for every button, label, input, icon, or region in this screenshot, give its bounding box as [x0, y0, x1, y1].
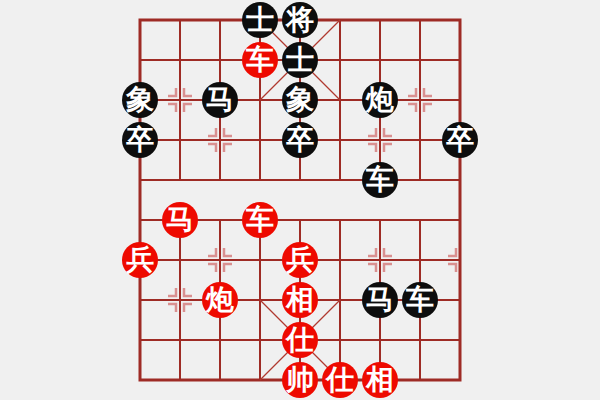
board-intersection: 兵 [280, 240, 320, 280]
piece-red-advisor[interactable]: 仕 [322, 362, 358, 398]
piece-black-soldier[interactable]: 卒 [122, 122, 158, 158]
board-intersection: 相 [360, 360, 400, 400]
board-intersection: 仕 [320, 360, 360, 400]
board-intersection: 炮 [200, 280, 240, 320]
piece-glyph: 象 [286, 82, 314, 118]
piece-red-general[interactable]: 帅 [282, 362, 318, 398]
piece-glyph: 相 [286, 282, 314, 318]
piece-glyph: 兵 [286, 242, 314, 278]
piece-black-soldier[interactable]: 卒 [282, 122, 318, 158]
board-intersection: 象 [280, 80, 320, 120]
piece-black-general[interactable]: 将 [282, 2, 318, 38]
board-intersection: 马 [160, 200, 200, 240]
board-intersection: 马 [200, 80, 240, 120]
piece-red-cannon[interactable]: 炮 [202, 282, 238, 318]
piece-glyph: 卒 [126, 122, 154, 158]
piece-glyph: 相 [366, 362, 394, 398]
piece-black-horse[interactable]: 马 [362, 282, 398, 318]
piece-glyph: 将 [286, 2, 314, 38]
piece-black-chariot[interactable]: 车 [362, 162, 398, 198]
board-intersection: 兵 [120, 240, 160, 280]
piece-glyph: 炮 [366, 82, 394, 118]
piece-black-elephant[interactable]: 象 [122, 82, 158, 118]
piece-black-soldier[interactable]: 卒 [442, 122, 478, 158]
xiangqi-board: 士将车士象马象炮卒卒卒车马车兵兵炮相马车仕帅仕相 [0, 0, 600, 400]
piece-glyph: 车 [246, 202, 274, 238]
piece-glyph: 炮 [206, 282, 234, 318]
board-intersection: 卒 [280, 120, 320, 160]
piece-glyph: 马 [166, 202, 194, 238]
piece-glyph: 象 [126, 82, 154, 118]
piece-red-soldier[interactable]: 兵 [122, 242, 158, 278]
piece-black-cannon[interactable]: 炮 [362, 82, 398, 118]
piece-glyph: 仕 [286, 322, 314, 358]
piece-red-soldier[interactable]: 兵 [282, 242, 318, 278]
piece-glyph: 兵 [126, 242, 154, 278]
piece-glyph: 士 [286, 42, 314, 78]
board-intersection: 士 [280, 40, 320, 80]
piece-red-chariot[interactable]: 车 [242, 42, 278, 78]
piece-black-advisor[interactable]: 士 [282, 42, 318, 78]
piece-glyph: 卒 [446, 122, 474, 158]
piece-black-elephant[interactable]: 象 [282, 82, 318, 118]
piece-glyph: 士 [246, 2, 274, 38]
board-intersection: 车 [360, 160, 400, 200]
piece-glyph: 车 [366, 162, 394, 198]
board-intersection: 车 [240, 200, 280, 240]
piece-red-chariot[interactable]: 车 [242, 202, 278, 238]
piece-red-elephant[interactable]: 相 [282, 282, 318, 318]
board-intersection: 相 [280, 280, 320, 320]
piece-glyph: 车 [246, 42, 274, 78]
piece-glyph: 仕 [326, 362, 354, 398]
board-intersection: 卒 [120, 120, 160, 160]
board-intersection: 士 [240, 0, 280, 40]
piece-red-advisor[interactable]: 仕 [282, 322, 318, 358]
piece-black-advisor[interactable]: 士 [242, 2, 278, 38]
board-intersection: 帅 [280, 360, 320, 400]
piece-glyph: 马 [366, 282, 394, 318]
board-intersection: 卒 [440, 120, 480, 160]
piece-red-elephant[interactable]: 相 [362, 362, 398, 398]
piece-glyph: 车 [406, 282, 434, 318]
board-intersection: 车 [400, 280, 440, 320]
board-intersection: 车 [240, 40, 280, 80]
piece-glyph: 帅 [286, 362, 314, 398]
piece-black-chariot[interactable]: 车 [402, 282, 438, 318]
piece-glyph: 马 [206, 82, 234, 118]
piece-glyph: 卒 [286, 122, 314, 158]
board-intersections-grid: 士将车士象马象炮卒卒卒车马车兵兵炮相马车仕帅仕相 [120, 0, 480, 400]
board-intersection: 仕 [280, 320, 320, 360]
piece-red-horse[interactable]: 马 [162, 202, 198, 238]
board-intersection: 马 [360, 280, 400, 320]
piece-black-horse[interactable]: 马 [202, 82, 238, 118]
board-intersection: 炮 [360, 80, 400, 120]
board-intersection: 将 [280, 0, 320, 40]
xiangqi-app-screen: 士将车士象马象炮卒卒卒车马车兵兵炮相马车仕帅仕相 [0, 0, 600, 400]
board-intersection: 象 [120, 80, 160, 120]
